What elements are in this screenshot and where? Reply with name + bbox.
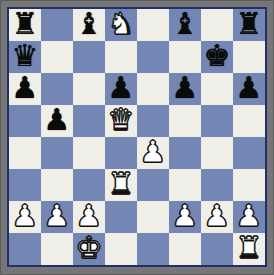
square-d2[interactable] — [105, 201, 137, 233]
piece-white-pawn-e4[interactable]: ♟ — [140, 137, 167, 168]
square-d8[interactable]: ♞ — [105, 9, 137, 41]
piece-black-bishop-c8[interactable]: ♝ — [76, 9, 103, 40]
square-c4[interactable] — [73, 137, 105, 169]
square-c2[interactable]: ♟ — [73, 201, 105, 233]
square-c6[interactable] — [73, 73, 105, 105]
piece-black-bishop-f8[interactable]: ♝ — [172, 9, 199, 40]
square-c3[interactable] — [73, 169, 105, 201]
square-g6[interactable] — [201, 73, 233, 105]
piece-white-pawn-a2[interactable]: ♟ — [12, 201, 39, 232]
square-b5[interactable]: ♟ — [41, 105, 73, 137]
square-h4[interactable] — [233, 137, 265, 169]
piece-white-rook-h1[interactable]: ♜ — [236, 233, 263, 264]
square-b8[interactable] — [41, 9, 73, 41]
piece-white-queen-d5[interactable]: ♛ — [108, 105, 135, 136]
square-e5[interactable] — [137, 105, 169, 137]
square-e2[interactable] — [137, 201, 169, 233]
piece-white-knight-d8[interactable]: ♞ — [108, 9, 135, 40]
square-a8[interactable]: ♜ — [9, 9, 41, 41]
square-f6[interactable]: ♟ — [169, 73, 201, 105]
square-e1[interactable] — [137, 233, 169, 265]
square-b3[interactable] — [41, 169, 73, 201]
piece-black-pawn-f6[interactable]: ♟ — [172, 73, 199, 104]
square-e7[interactable] — [137, 41, 169, 73]
square-b2[interactable]: ♟ — [41, 201, 73, 233]
square-e4[interactable]: ♟ — [137, 137, 169, 169]
square-f4[interactable] — [169, 137, 201, 169]
square-f1[interactable] — [169, 233, 201, 265]
square-f3[interactable] — [169, 169, 201, 201]
board-frame: ♜♝♞♝♜♛♚♟♟♟♟♟♛♟♜♟♟♟♟♟♟♚♜ — [0, 0, 274, 275]
piece-black-pawn-a6[interactable]: ♟ — [12, 73, 39, 104]
piece-black-rook-a8[interactable]: ♜ — [12, 9, 39, 40]
square-g3[interactable] — [201, 169, 233, 201]
piece-white-pawn-g2[interactable]: ♟ — [204, 201, 231, 232]
square-e6[interactable] — [137, 73, 169, 105]
piece-white-pawn-h2[interactable]: ♟ — [236, 201, 263, 232]
square-c8[interactable]: ♝ — [73, 9, 105, 41]
square-e3[interactable] — [137, 169, 169, 201]
square-a5[interactable] — [9, 105, 41, 137]
piece-black-pawn-b5[interactable]: ♟ — [44, 105, 71, 136]
square-a7[interactable]: ♛ — [9, 41, 41, 73]
square-g1[interactable] — [201, 233, 233, 265]
square-b4[interactable] — [41, 137, 73, 169]
square-b7[interactable] — [41, 41, 73, 73]
piece-black-queen-a7[interactable]: ♛ — [12, 41, 39, 72]
square-b1[interactable] — [41, 233, 73, 265]
square-a3[interactable] — [9, 169, 41, 201]
piece-black-rook-h8[interactable]: ♜ — [236, 9, 263, 40]
piece-white-pawn-c2[interactable]: ♟ — [76, 201, 103, 232]
piece-white-pawn-f2[interactable]: ♟ — [172, 201, 199, 232]
square-d1[interactable] — [105, 233, 137, 265]
square-b6[interactable] — [41, 73, 73, 105]
square-a4[interactable] — [9, 137, 41, 169]
chess-board: ♜♝♞♝♜♛♚♟♟♟♟♟♛♟♜♟♟♟♟♟♟♚♜ — [7, 7, 267, 267]
square-a6[interactable]: ♟ — [9, 73, 41, 105]
square-e8[interactable] — [137, 9, 169, 41]
square-f7[interactable] — [169, 41, 201, 73]
square-c7[interactable] — [73, 41, 105, 73]
square-h8[interactable]: ♜ — [233, 9, 265, 41]
square-d6[interactable]: ♟ — [105, 73, 137, 105]
square-h2[interactable]: ♟ — [233, 201, 265, 233]
piece-black-pawn-d6[interactable]: ♟ — [108, 73, 135, 104]
square-g2[interactable]: ♟ — [201, 201, 233, 233]
square-d3[interactable]: ♜ — [105, 169, 137, 201]
square-h3[interactable] — [233, 169, 265, 201]
square-h1[interactable]: ♜ — [233, 233, 265, 265]
square-c5[interactable] — [73, 105, 105, 137]
square-h7[interactable] — [233, 41, 265, 73]
square-d7[interactable] — [105, 41, 137, 73]
piece-white-king-c1[interactable]: ♚ — [76, 233, 103, 264]
square-g5[interactable] — [201, 105, 233, 137]
chess-diagram: ♜♝♞♝♜♛♚♟♟♟♟♟♛♟♜♟♟♟♟♟♟♚♜ — [0, 0, 274, 275]
square-h5[interactable] — [233, 105, 265, 137]
piece-black-king-g7[interactable]: ♚ — [204, 41, 231, 72]
square-g8[interactable] — [201, 9, 233, 41]
square-f2[interactable]: ♟ — [169, 201, 201, 233]
piece-white-pawn-b2[interactable]: ♟ — [44, 201, 71, 232]
square-f8[interactable]: ♝ — [169, 9, 201, 41]
piece-white-rook-d3[interactable]: ♜ — [108, 169, 135, 200]
square-g4[interactable] — [201, 137, 233, 169]
square-d5[interactable]: ♛ — [105, 105, 137, 137]
square-a1[interactable] — [9, 233, 41, 265]
square-g7[interactable]: ♚ — [201, 41, 233, 73]
square-a2[interactable]: ♟ — [9, 201, 41, 233]
square-d4[interactable] — [105, 137, 137, 169]
square-h6[interactable]: ♟ — [233, 73, 265, 105]
square-c1[interactable]: ♚ — [73, 233, 105, 265]
piece-black-pawn-h6[interactable]: ♟ — [236, 73, 263, 104]
square-f5[interactable] — [169, 105, 201, 137]
